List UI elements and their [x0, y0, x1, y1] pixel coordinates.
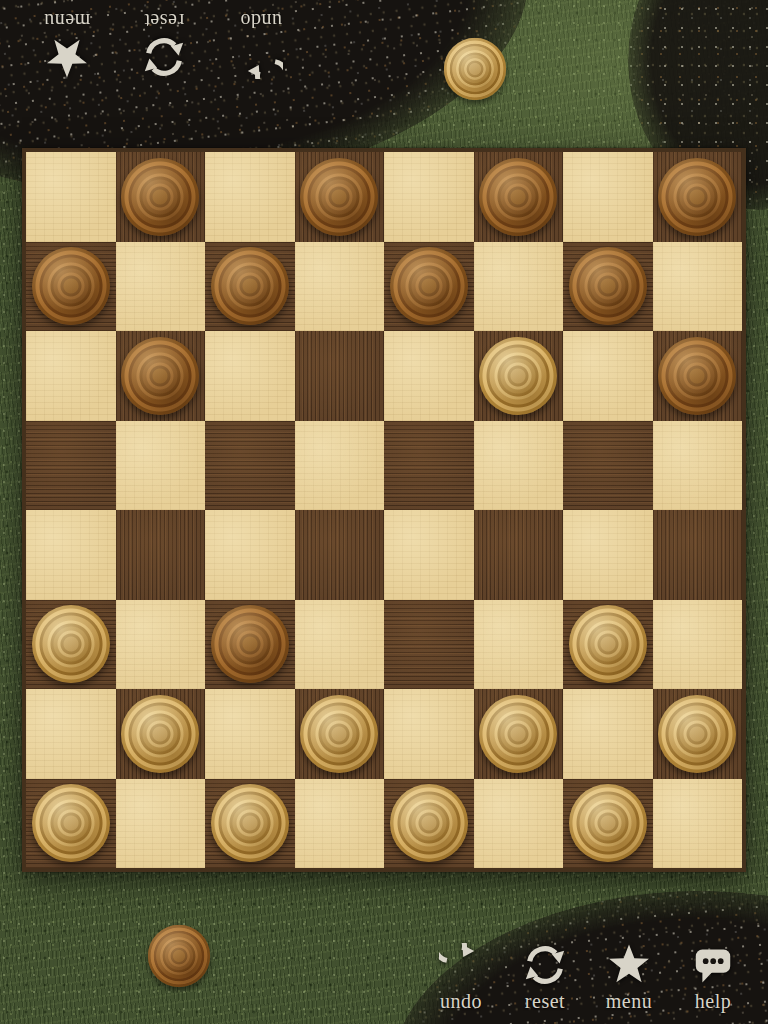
- reset-button[interactable]: reset: [133, 6, 195, 82]
- bottom-toolbar: undoresetmenuhelp: [430, 940, 744, 1018]
- captured-brown-piece: [148, 925, 210, 987]
- button-label: undo: [240, 10, 282, 32]
- star-icon: [606, 940, 652, 990]
- square-r6c3[interactable]: [295, 689, 385, 779]
- square-r1c6[interactable]: [563, 242, 653, 332]
- square-r1c3: [295, 242, 385, 332]
- square-r5c3: [295, 600, 385, 690]
- square-r3c2[interactable]: [205, 421, 295, 511]
- square-r3c3: [295, 421, 385, 511]
- checker-gold[interactable]: [658, 695, 736, 773]
- square-r3c4[interactable]: [384, 421, 474, 511]
- checker-brown[interactable]: [211, 605, 289, 683]
- reset-icon: [140, 32, 188, 82]
- square-r1c2[interactable]: [205, 242, 295, 332]
- checker-gold[interactable]: [300, 695, 378, 773]
- square-r3c0[interactable]: [26, 421, 116, 511]
- checker-brown[interactable]: [658, 158, 736, 236]
- square-r7c6[interactable]: [563, 779, 653, 869]
- reset-button[interactable]: reset: [514, 940, 576, 1018]
- square-r7c0[interactable]: [26, 779, 116, 869]
- checker-gold[interactable]: [32, 784, 110, 862]
- help-icon: [690, 940, 736, 990]
- square-r6c5[interactable]: [474, 689, 564, 779]
- square-r2c6: [563, 331, 653, 421]
- checker-brown[interactable]: [390, 247, 468, 325]
- square-r4c7[interactable]: [653, 510, 743, 600]
- checker-gold[interactable]: [211, 784, 289, 862]
- square-r6c2: [205, 689, 295, 779]
- square-r5c1: [116, 600, 206, 690]
- square-r5c6[interactable]: [563, 600, 653, 690]
- square-r2c2: [205, 331, 295, 421]
- checker-brown[interactable]: [569, 247, 647, 325]
- checker-brown[interactable]: [658, 337, 736, 415]
- undo-button[interactable]: undo: [430, 940, 492, 1018]
- square-r7c4[interactable]: [384, 779, 474, 869]
- menu-button[interactable]: menu: [36, 6, 98, 82]
- square-r0c1[interactable]: [116, 152, 206, 242]
- square-r2c7[interactable]: [653, 331, 743, 421]
- checker-brown[interactable]: [211, 247, 289, 325]
- menu-button[interactable]: menu: [598, 940, 660, 1018]
- square-r6c0: [26, 689, 116, 779]
- undo-icon: [439, 940, 483, 990]
- square-r6c1[interactable]: [116, 689, 206, 779]
- square-r1c1: [116, 242, 206, 332]
- checker-gold[interactable]: [32, 605, 110, 683]
- checker-gold[interactable]: [569, 784, 647, 862]
- star-icon: [44, 32, 90, 82]
- app-screen: menuresetundo undoresetmenuhelp: [0, 0, 768, 1024]
- square-r4c0: [26, 510, 116, 600]
- checker-gold[interactable]: [121, 695, 199, 773]
- captured-gold-piece: [444, 38, 506, 100]
- checker-brown[interactable]: [121, 337, 199, 415]
- square-r2c1[interactable]: [116, 331, 206, 421]
- square-r0c7[interactable]: [653, 152, 743, 242]
- top-toolbar: menuresetundo: [36, 6, 292, 82]
- square-r5c2[interactable]: [205, 600, 295, 690]
- square-r7c2[interactable]: [205, 779, 295, 869]
- square-r2c0: [26, 331, 116, 421]
- square-r7c3: [295, 779, 385, 869]
- square-r0c6: [563, 152, 653, 242]
- checker-brown[interactable]: [121, 158, 199, 236]
- square-r1c4[interactable]: [384, 242, 474, 332]
- checker-gold[interactable]: [479, 337, 557, 415]
- square-r7c1: [116, 779, 206, 869]
- square-r4c6: [563, 510, 653, 600]
- square-r1c7: [653, 242, 743, 332]
- square-r0c0: [26, 152, 116, 242]
- square-r0c2: [205, 152, 295, 242]
- button-label: reset: [525, 990, 565, 1012]
- square-r0c4: [384, 152, 474, 242]
- square-r5c4[interactable]: [384, 600, 474, 690]
- square-r0c5[interactable]: [474, 152, 564, 242]
- square-r4c1[interactable]: [116, 510, 206, 600]
- square-r5c0[interactable]: [26, 600, 116, 690]
- square-r2c4: [384, 331, 474, 421]
- checker-gold[interactable]: [390, 784, 468, 862]
- square-r3c7: [653, 421, 743, 511]
- square-r5c5: [474, 600, 564, 690]
- undo-button[interactable]: undo: [230, 6, 292, 82]
- checker-brown[interactable]: [32, 247, 110, 325]
- square-r1c0[interactable]: [26, 242, 116, 332]
- square-r7c7: [653, 779, 743, 869]
- board: [22, 148, 746, 872]
- square-r7c5: [474, 779, 564, 869]
- square-r5c7: [653, 600, 743, 690]
- square-r3c6[interactable]: [563, 421, 653, 511]
- checker-brown[interactable]: [479, 158, 557, 236]
- checker-brown[interactable]: [300, 158, 378, 236]
- undo-icon: [239, 32, 283, 82]
- help-button[interactable]: help: [682, 940, 744, 1018]
- square-r6c6: [563, 689, 653, 779]
- square-r2c3[interactable]: [295, 331, 385, 421]
- square-r4c3[interactable]: [295, 510, 385, 600]
- button-label: menu: [606, 990, 652, 1012]
- button-label: menu: [44, 10, 90, 32]
- button-label: help: [695, 990, 731, 1012]
- button-label: reset: [144, 10, 184, 32]
- reset-icon: [521, 940, 569, 990]
- square-r3c1: [116, 421, 206, 511]
- square-r1c5: [474, 242, 564, 332]
- square-r4c2: [205, 510, 295, 600]
- square-r0c3[interactable]: [295, 152, 385, 242]
- checker-gold[interactable]: [569, 605, 647, 683]
- square-r4c5[interactable]: [474, 510, 564, 600]
- square-r6c7[interactable]: [653, 689, 743, 779]
- square-r4c4: [384, 510, 474, 600]
- square-r6c4: [384, 689, 474, 779]
- square-r3c5: [474, 421, 564, 511]
- square-r2c5[interactable]: [474, 331, 564, 421]
- checker-gold[interactable]: [479, 695, 557, 773]
- button-label: undo: [440, 990, 482, 1012]
